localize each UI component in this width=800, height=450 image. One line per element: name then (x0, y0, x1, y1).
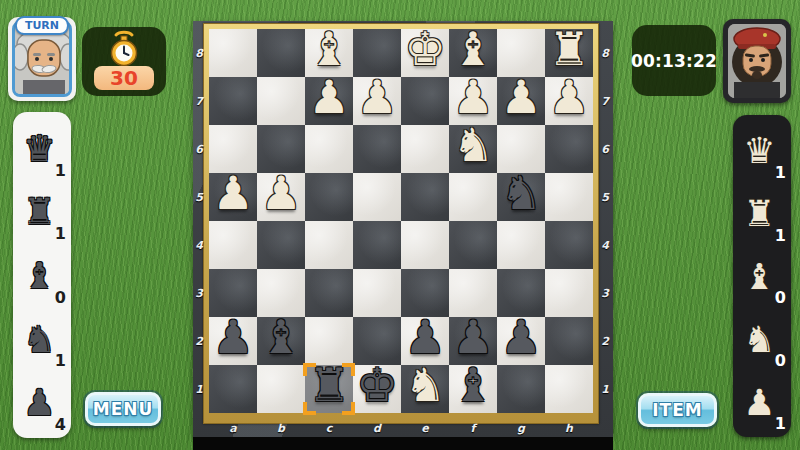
captured-black-rook: ♜1 (13, 182, 71, 246)
black-knight[interactable]: ♞ (497, 166, 545, 220)
chess-board: ♝♚♝♜♟♟♟♟♟♞♟♟♞♟♝♟♟♟♜♚♞♝ (209, 29, 593, 413)
file-label-h: h (545, 420, 593, 436)
captured-black-queen: ♛1 (13, 118, 71, 182)
black-pawn[interactable]: ♟ (401, 310, 449, 364)
rank-label-4: 4 (193, 221, 205, 269)
right-captured-tray: ♛1♜1♝0♞0♟1 (733, 115, 791, 437)
square-a1[interactable] (209, 365, 257, 413)
square-d7[interactable]: ♟ (353, 77, 401, 125)
square-h6[interactable] (545, 125, 593, 173)
square-f6[interactable]: ♞ (449, 125, 497, 173)
square-b1[interactable] (257, 365, 305, 413)
white-bishop[interactable]: ♝ (305, 22, 353, 76)
black-queen-icon: ♛ (23, 131, 55, 167)
right-player-card (723, 19, 791, 103)
turn-badge: TURN (15, 16, 69, 35)
black-bishop-icon: ♝ (23, 258, 55, 294)
square-h7[interactable]: ♟ (545, 77, 593, 125)
chess-board-frame: 87654321 87654321 abcdefgh ♝♚♝♜♟♟♟♟♟♞♟♟♞… (193, 21, 613, 437)
captured-black-bishop: ♝0 (13, 245, 71, 309)
square-b7[interactable] (257, 77, 305, 125)
captured-white-pawn: ♟1 (733, 372, 791, 435)
square-h5[interactable] (545, 173, 593, 221)
selection-bracket (342, 363, 355, 376)
white-knight[interactable]: ♞ (401, 358, 449, 412)
white-pawn[interactable]: ♟ (257, 166, 305, 220)
black-bishop[interactable]: ♝ (449, 358, 497, 412)
white-rook[interactable]: ♜ (545, 22, 593, 76)
square-c1[interactable]: ♜ (305, 365, 353, 413)
captured-count: 4 (55, 415, 66, 434)
square-a8[interactable] (209, 29, 257, 77)
black-rook-icon: ♜ (23, 195, 55, 231)
white-king[interactable]: ♚ (401, 22, 449, 76)
square-e8[interactable]: ♚ (401, 29, 449, 77)
square-c4[interactable] (305, 221, 353, 269)
rank-labels-left: 87654321 (193, 29, 205, 413)
square-h2[interactable] (545, 317, 593, 365)
rank-label-1: 1 (193, 365, 205, 413)
square-h1[interactable] (545, 365, 593, 413)
square-h3[interactable] (545, 269, 593, 317)
black-bishop[interactable]: ♝ (257, 310, 305, 364)
captured-black-pawn: ♟4 (13, 372, 71, 436)
white-pawn[interactable]: ♟ (497, 70, 545, 124)
file-labels: abcdefgh (209, 420, 593, 436)
square-e1[interactable]: ♞ (401, 365, 449, 413)
rank-label-2: 2 (193, 317, 205, 365)
black-pawn[interactable]: ♟ (209, 310, 257, 364)
captured-count: 1 (775, 226, 786, 245)
rank-labels-right: 87654321 (597, 29, 613, 413)
captured-count: 0 (775, 351, 786, 370)
white-knight[interactable]: ♞ (449, 118, 497, 172)
captured-white-bishop: ♝0 (733, 247, 791, 310)
black-pawn-icon: ♟ (23, 385, 55, 421)
square-g4[interactable] (497, 221, 545, 269)
selection-bracket (342, 402, 355, 415)
square-b2[interactable]: ♝ (257, 317, 305, 365)
white-bishop[interactable]: ♝ (449, 22, 497, 76)
square-a4[interactable] (209, 221, 257, 269)
rank-label-4: 4 (597, 221, 613, 269)
right-player-avatar (728, 24, 786, 98)
board-shadow-strip (193, 437, 613, 450)
square-h4[interactable] (545, 221, 593, 269)
file-label-f: f (449, 420, 497, 436)
square-b5[interactable]: ♟ (257, 173, 305, 221)
captured-count: 1 (55, 161, 66, 180)
menu-button[interactable]: MENU (85, 392, 161, 426)
file-label-g: g (497, 420, 545, 436)
square-e7[interactable] (401, 77, 449, 125)
rank-label-7: 7 (597, 77, 613, 125)
square-g1[interactable] (497, 365, 545, 413)
square-a5[interactable]: ♟ (209, 173, 257, 221)
square-c3[interactable] (305, 269, 353, 317)
square-f1[interactable]: ♝ (449, 365, 497, 413)
white-pawn[interactable]: ♟ (209, 166, 257, 220)
square-b4[interactable] (257, 221, 305, 269)
move-timer-panel: 30 (82, 27, 166, 96)
black-king[interactable]: ♚ (353, 358, 401, 412)
square-d6[interactable] (353, 125, 401, 173)
square-g5[interactable]: ♞ (497, 173, 545, 221)
stopwatch-icon (106, 29, 142, 67)
square-c6[interactable] (305, 125, 353, 173)
rank-label-6: 6 (597, 125, 613, 173)
captured-count: 1 (55, 224, 66, 243)
square-e4[interactable] (401, 221, 449, 269)
move-timer-value: 30 (94, 66, 154, 90)
square-e5[interactable] (401, 173, 449, 221)
white-queen-icon: ♛ (743, 134, 775, 170)
white-pawn[interactable]: ♟ (305, 70, 353, 124)
rank-label-6: 6 (193, 125, 205, 173)
captured-white-knight: ♞0 (733, 309, 791, 372)
white-knight-icon: ♞ (743, 322, 775, 358)
square-f4[interactable] (449, 221, 497, 269)
selection-bracket (303, 402, 316, 415)
captured-count: 0 (55, 288, 66, 307)
white-rook-icon: ♜ (743, 196, 775, 232)
square-e6[interactable] (401, 125, 449, 173)
file-label-c: c (305, 420, 353, 436)
square-d5[interactable] (353, 173, 401, 221)
left-player-card: TURN (8, 17, 76, 101)
file-label-a: a (209, 420, 257, 436)
rank-label-3: 3 (597, 269, 613, 317)
square-a7[interactable] (209, 77, 257, 125)
captured-count: 1 (55, 351, 66, 370)
rank-label-8: 8 (193, 29, 205, 77)
white-pawn[interactable]: ♟ (353, 70, 401, 124)
file-label-b: b (257, 420, 305, 436)
square-a2[interactable]: ♟ (209, 317, 257, 365)
game-screen: TURN (0, 0, 800, 450)
square-c7[interactable]: ♟ (305, 77, 353, 125)
rank-label-5: 5 (193, 173, 205, 221)
file-label-e: e (401, 420, 449, 436)
black-knight-icon: ♞ (23, 322, 55, 358)
beret-character-illustration (728, 24, 786, 98)
item-button[interactable]: ITEM (638, 393, 717, 427)
black-pawn[interactable]: ♟ (449, 310, 497, 364)
white-pawn[interactable]: ♟ (545, 70, 593, 124)
game-clock: 00:13:22 (632, 25, 716, 96)
rank-label-2: 2 (597, 317, 613, 365)
rank-label-7: 7 (193, 77, 205, 125)
square-d4[interactable] (353, 221, 401, 269)
left-captured-tray: ♛1♜1♝0♞1♟4 (13, 112, 71, 438)
square-b8[interactable] (257, 29, 305, 77)
black-pawn[interactable]: ♟ (497, 310, 545, 364)
captured-white-rook: ♜1 (733, 184, 791, 247)
square-f5[interactable] (449, 173, 497, 221)
square-c5[interactable] (305, 173, 353, 221)
captured-count: 0 (775, 288, 786, 307)
rank-label-1: 1 (597, 365, 613, 413)
square-g7[interactable]: ♟ (497, 77, 545, 125)
square-d3[interactable] (353, 269, 401, 317)
square-d1[interactable]: ♚ (353, 365, 401, 413)
rank-label-5: 5 (597, 173, 613, 221)
white-pawn-icon: ♟ (743, 385, 775, 421)
captured-black-knight: ♞1 (13, 309, 71, 373)
white-pawn[interactable]: ♟ (449, 70, 497, 124)
captured-count: 1 (775, 163, 786, 182)
selection-bracket (303, 363, 316, 376)
rank-label-3: 3 (193, 269, 205, 317)
square-g2[interactable]: ♟ (497, 317, 545, 365)
white-bishop-icon: ♝ (743, 259, 775, 295)
file-label-d: d (353, 420, 401, 436)
captured-white-queen: ♛1 (733, 121, 791, 184)
captured-count: 1 (775, 414, 786, 433)
rank-label-8: 8 (597, 29, 613, 77)
